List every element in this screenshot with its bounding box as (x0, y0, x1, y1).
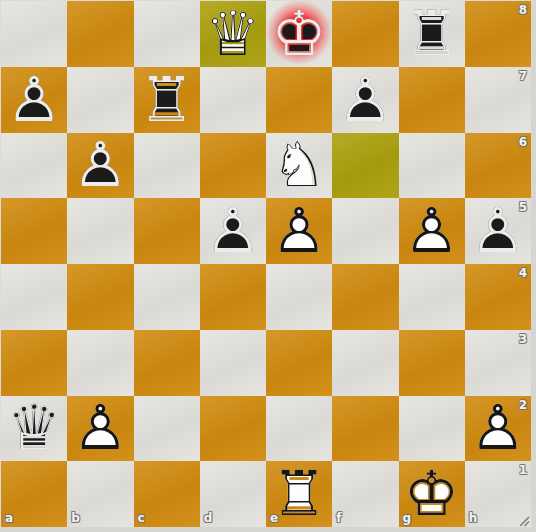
piece-black-pawn[interactable]: ♟︎♙︎ (67, 133, 133, 199)
rank-label-3: 3 (519, 333, 527, 345)
rank-label-4: 4 (519, 267, 527, 279)
piece-black-pawn[interactable]: ♟︎♙︎ (1, 67, 67, 133)
square-h3[interactable]: 3 (465, 330, 531, 396)
square-a6[interactable] (1, 133, 67, 199)
square-c5[interactable] (134, 198, 200, 264)
file-label-b: b (71, 512, 80, 524)
black-king-outline-glyph: ♔ (266, 1, 332, 67)
square-f8[interactable] (332, 1, 398, 67)
square-e1[interactable]: ♜♖e (266, 461, 332, 527)
white-rook-outline-glyph: ♖ (266, 461, 332, 527)
piece-black-rook[interactable]: ♜♖ (134, 67, 200, 133)
square-b2[interactable]: ♟︎♙︎ (67, 396, 133, 462)
white-king-glyph: ♚ (399, 461, 465, 527)
black-queen-outline-glyph: ♕ (1, 396, 67, 462)
square-h2[interactable]: ♟︎♙︎2 (465, 396, 531, 462)
white-pawn-outline-glyph: ♙︎ (266, 198, 332, 264)
black-pawn-glyph: ♟︎ (67, 133, 133, 199)
square-e7[interactable] (266, 67, 332, 133)
square-a8[interactable] (1, 1, 67, 67)
square-b7[interactable] (67, 67, 133, 133)
black-pawn-glyph: ♟︎ (200, 198, 266, 264)
square-a2[interactable]: ♛♕ (1, 396, 67, 462)
black-pawn-outline-glyph: ♙︎ (1, 67, 67, 133)
white-queen-glyph: ♛ (200, 1, 266, 67)
white-pawn-glyph: ♟︎ (399, 198, 465, 264)
rank-label-7: 7 (519, 70, 527, 82)
black-pawn-outline-glyph: ♙︎ (200, 198, 266, 264)
square-g5[interactable]: ♟︎♙︎ (399, 198, 465, 264)
piece-white-pawn[interactable]: ♟︎♙︎ (67, 396, 133, 462)
square-a5[interactable] (1, 198, 67, 264)
board-resize-handle-icon[interactable] (516, 512, 530, 526)
square-d6[interactable] (200, 133, 266, 199)
square-e8[interactable]: ♚♔ (266, 1, 332, 67)
piece-black-pawn[interactable]: ♟︎♙︎ (200, 198, 266, 264)
square-c6[interactable] (134, 133, 200, 199)
square-g3[interactable] (399, 330, 465, 396)
white-knight-outline-glyph: ♘ (266, 133, 332, 199)
piece-white-king[interactable]: ♚♔ (399, 461, 465, 527)
file-label-f: f (336, 512, 341, 524)
square-d4[interactable] (200, 264, 266, 330)
piece-black-queen[interactable]: ♛♕ (1, 396, 67, 462)
square-c7[interactable]: ♜♖ (134, 67, 200, 133)
black-pawn-glyph: ♟︎ (465, 198, 531, 264)
black-rook-outline-glyph: ♖ (399, 1, 465, 67)
square-c2[interactable] (134, 396, 200, 462)
square-h4[interactable]: 4 (465, 264, 531, 330)
square-h7[interactable]: 7 (465, 67, 531, 133)
piece-white-pawn[interactable]: ♟︎♙︎ (465, 396, 531, 462)
square-g1[interactable]: ♚♔g (399, 461, 465, 527)
piece-white-rook[interactable]: ♜♖ (266, 461, 332, 527)
piece-black-pawn[interactable]: ♟︎♙︎ (332, 67, 398, 133)
black-pawn-outline-glyph: ♙︎ (465, 198, 531, 264)
white-knight-glyph: ♞ (266, 133, 332, 199)
square-b5[interactable] (67, 198, 133, 264)
white-pawn-glyph: ♟︎ (266, 198, 332, 264)
black-king-glyph: ♚ (266, 1, 332, 67)
rank-label-8: 8 (519, 4, 527, 16)
black-rook-glyph: ♜ (399, 1, 465, 67)
square-b6[interactable]: ♟︎♙︎ (67, 133, 133, 199)
square-d8[interactable]: ♛♕ (200, 1, 266, 67)
black-pawn-glyph: ♟︎ (332, 67, 398, 133)
square-h6[interactable]: 6 (465, 133, 531, 199)
white-pawn-outline-glyph: ♙︎ (67, 396, 133, 462)
square-a7[interactable]: ♟︎♙︎ (1, 67, 67, 133)
square-d5[interactable]: ♟︎♙︎ (200, 198, 266, 264)
black-pawn-outline-glyph: ♙︎ (67, 133, 133, 199)
square-g7[interactable] (399, 67, 465, 133)
piece-black-rook[interactable]: ♜♖ (399, 1, 465, 67)
piece-white-queen[interactable]: ♛♕ (200, 1, 266, 67)
square-e5[interactable]: ♟︎♙︎ (266, 198, 332, 264)
white-king-outline-glyph: ♔ (399, 461, 465, 527)
piece-white-knight[interactable]: ♞♘ (266, 133, 332, 199)
square-h8[interactable]: 8 (465, 1, 531, 67)
square-a4[interactable] (1, 264, 67, 330)
piece-white-pawn[interactable]: ♟︎♙︎ (399, 198, 465, 264)
square-d1[interactable]: d (200, 461, 266, 527)
black-pawn-glyph: ♟︎ (1, 67, 67, 133)
square-f4[interactable] (332, 264, 398, 330)
white-pawn-glyph: ♟︎ (67, 396, 133, 462)
white-pawn-glyph: ♟︎ (465, 396, 531, 462)
square-g8[interactable]: ♜♖ (399, 1, 465, 67)
square-g2[interactable] (399, 396, 465, 462)
square-f2[interactable] (332, 396, 398, 462)
square-e3[interactable] (266, 330, 332, 396)
square-b1[interactable]: b (67, 461, 133, 527)
piece-black-king[interactable]: ♚♔ (266, 1, 332, 67)
black-queen-glyph: ♛ (1, 396, 67, 462)
file-label-c: c (138, 512, 145, 524)
file-label-h: h (469, 512, 478, 524)
square-e6[interactable]: ♞♘ (266, 133, 332, 199)
piece-black-pawn[interactable]: ♟︎♙︎ (465, 198, 531, 264)
piece-white-pawn[interactable]: ♟︎♙︎ (266, 198, 332, 264)
square-c1[interactable]: c (134, 461, 200, 527)
square-g6[interactable] (399, 133, 465, 199)
chess-board: ♛♕♚♔♜♖8♟︎♙︎♜♖♟︎♙︎7♟︎♙︎♞♘6♟︎♙︎♟︎♙︎♟︎♙︎♟︎♙… (0, 0, 536, 532)
square-d3[interactable] (200, 330, 266, 396)
black-rook-outline-glyph: ♖ (134, 67, 200, 133)
file-label-d: d (204, 512, 213, 524)
white-queen-outline-glyph: ♕ (200, 1, 266, 67)
square-f3[interactable] (332, 330, 398, 396)
square-b3[interactable] (67, 330, 133, 396)
white-pawn-outline-glyph: ♙︎ (399, 198, 465, 264)
white-pawn-outline-glyph: ♙︎ (465, 396, 531, 462)
square-c8[interactable] (134, 1, 200, 67)
rank-label-6: 6 (519, 136, 527, 148)
square-d2[interactable] (200, 396, 266, 462)
square-h1[interactable]: 1h (465, 461, 531, 527)
square-g4[interactable] (399, 264, 465, 330)
square-e4[interactable] (266, 264, 332, 330)
rank-label-1: 1 (519, 464, 527, 476)
square-a1[interactable]: a (1, 461, 67, 527)
white-rook-glyph: ♜ (266, 461, 332, 527)
square-b4[interactable] (67, 264, 133, 330)
square-e2[interactable] (266, 396, 332, 462)
square-c3[interactable] (134, 330, 200, 396)
black-rook-glyph: ♜ (134, 67, 200, 133)
square-b8[interactable] (67, 1, 133, 67)
square-h5[interactable]: ♟︎♙︎5 (465, 198, 531, 264)
file-label-a: a (5, 512, 13, 524)
square-c4[interactable] (134, 264, 200, 330)
square-a3[interactable] (1, 330, 67, 396)
square-f5[interactable] (332, 198, 398, 264)
square-f7[interactable]: ♟︎♙︎ (332, 67, 398, 133)
square-f6[interactable] (332, 133, 398, 199)
square-f1[interactable]: f (332, 461, 398, 527)
black-pawn-outline-glyph: ♙︎ (332, 67, 398, 133)
square-d7[interactable] (200, 67, 266, 133)
